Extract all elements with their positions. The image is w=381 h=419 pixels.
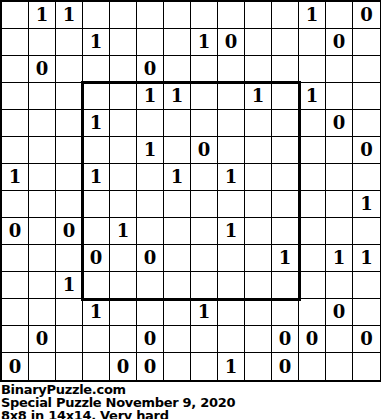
cell-r3c11[interactable]: [272, 56, 299, 83]
cell-r10c11-given-1: 1: [272, 245, 299, 272]
cell-r13c1[interactable]: [2, 326, 29, 353]
cell-r5c1[interactable]: [2, 110, 29, 137]
cell-r9c5-given-1: 1: [110, 218, 137, 245]
cell-r11c6[interactable]: [137, 272, 164, 299]
binary-puzzle-page: 1110110000111110100111110011001111110000…: [0, 1, 381, 419]
cell-r6c9[interactable]: [218, 137, 245, 164]
cell-r9c2[interactable]: [29, 218, 56, 245]
cell-r7c2[interactable]: [29, 164, 56, 191]
cell-r3c7[interactable]: [164, 56, 191, 83]
cell-r9c7[interactable]: [164, 218, 191, 245]
cell-r4c12-given-1: 1: [299, 83, 326, 110]
cell-r14c6-given-0: 0: [137, 353, 164, 380]
cell-r1c14-given-0: 0: [353, 2, 380, 29]
cell-r2c4-given-1: 1: [83, 29, 110, 56]
cell-r3c2-given-0: 0: [29, 56, 56, 83]
cell-r11c1[interactable]: [2, 272, 29, 299]
cell-r4c14[interactable]: [353, 83, 380, 110]
cell-r8c11[interactable]: [272, 191, 299, 218]
cell-r10c1[interactable]: [2, 245, 29, 272]
cell-r7c8[interactable]: [191, 164, 218, 191]
cell-r3c8[interactable]: [191, 56, 218, 83]
cell-r6c2[interactable]: [29, 137, 56, 164]
cell-r12c11[interactable]: [272, 299, 299, 326]
cell-r1c13[interactable]: [326, 2, 353, 29]
cell-r3c14[interactable]: [353, 56, 380, 83]
cell-r5c6[interactable]: [137, 110, 164, 137]
cell-r8c14-given-1: 1: [353, 191, 380, 218]
cell-r4c11[interactable]: [272, 83, 299, 110]
cell-r5c14[interactable]: [353, 110, 380, 137]
cell-r2c14[interactable]: [353, 29, 380, 56]
cell-r13c11-given-0: 0: [272, 326, 299, 353]
cell-r5c5[interactable]: [110, 110, 137, 137]
cell-r3c9[interactable]: [218, 56, 245, 83]
cell-r1c11[interactable]: [272, 2, 299, 29]
cell-r14c5-given-0: 0: [110, 353, 137, 380]
cell-r13c8[interactable]: [191, 326, 218, 353]
cell-r4c10-given-1: 1: [245, 83, 272, 110]
cell-r5c2[interactable]: [29, 110, 56, 137]
cell-r13c14-given-0: 0: [353, 326, 380, 353]
cell-r7c6[interactable]: [137, 164, 164, 191]
cell-r10c13-given-1: 1: [326, 245, 353, 272]
cell-r7c7-given-1: 1: [164, 164, 191, 191]
cell-r1c5[interactable]: [110, 2, 137, 29]
cell-r2c3[interactable]: [56, 29, 83, 56]
cell-r2c13-given-0: 0: [326, 29, 353, 56]
cell-r1c8[interactable]: [191, 2, 218, 29]
cell-r5c12[interactable]: [299, 110, 326, 137]
cell-r5c7[interactable]: [164, 110, 191, 137]
cell-r8c4[interactable]: [83, 191, 110, 218]
cell-r12c7[interactable]: [164, 299, 191, 326]
cell-r4c8[interactable]: [191, 83, 218, 110]
cell-r8c13[interactable]: [326, 191, 353, 218]
cell-r11c13[interactable]: [326, 272, 353, 299]
cell-r3c13[interactable]: [326, 56, 353, 83]
cell-r11c4[interactable]: [83, 272, 110, 299]
cell-r5c3[interactable]: [56, 110, 83, 137]
cell-r1c1[interactable]: [2, 2, 29, 29]
cell-r9c13[interactable]: [326, 218, 353, 245]
cell-r11c9[interactable]: [218, 272, 245, 299]
cell-r13c12-given-0: 0: [299, 326, 326, 353]
cell-r9c9-given-1: 1: [218, 218, 245, 245]
cell-r6c6-given-1: 1: [137, 137, 164, 164]
cell-r7c3[interactable]: [56, 164, 83, 191]
cell-r2c11[interactable]: [272, 29, 299, 56]
cell-r9c14[interactable]: [353, 218, 380, 245]
cell-r7c11[interactable]: [272, 164, 299, 191]
cell-r4c6-given-1: 1: [137, 83, 164, 110]
cell-r10c12[interactable]: [299, 245, 326, 272]
cell-r8c9[interactable]: [218, 191, 245, 218]
cell-r6c5[interactable]: [110, 137, 137, 164]
cell-r7c13[interactable]: [326, 164, 353, 191]
cell-r10c10[interactable]: [245, 245, 272, 272]
cell-r4c4[interactable]: [83, 83, 110, 110]
cell-r10c2[interactable]: [29, 245, 56, 272]
cell-r3c5[interactable]: [110, 56, 137, 83]
cell-r14c3[interactable]: [56, 353, 83, 380]
cell-r11c2[interactable]: [29, 272, 56, 299]
cell-r10c6-given-0: 0: [137, 245, 164, 272]
cell-r14c10[interactable]: [245, 353, 272, 380]
cell-r8c6[interactable]: [137, 191, 164, 218]
puzzle-footer: BinaryPuzzle.com Special Puzzle November…: [1, 383, 381, 419]
cell-r8c12[interactable]: [299, 191, 326, 218]
cell-r9c12[interactable]: [299, 218, 326, 245]
cell-r13c10[interactable]: [245, 326, 272, 353]
cell-r12c3[interactable]: [56, 299, 83, 326]
cell-r14c7[interactable]: [164, 353, 191, 380]
cell-r13c6-given-0: 0: [137, 326, 164, 353]
cell-r9c11[interactable]: [272, 218, 299, 245]
cell-r7c12[interactable]: [299, 164, 326, 191]
cell-r6c14-given-0: 0: [353, 137, 380, 164]
cell-r5c13-given-0: 0: [326, 110, 353, 137]
cell-r5c9[interactable]: [218, 110, 245, 137]
cell-r1c12-given-1: 1: [299, 2, 326, 29]
cell-r6c8-given-0: 0: [191, 137, 218, 164]
cell-r10c4-given-0: 0: [83, 245, 110, 272]
cell-r14c2[interactable]: [29, 353, 56, 380]
cell-r11c5[interactable]: [110, 272, 137, 299]
cell-r5c4-given-1: 1: [83, 110, 110, 137]
cell-r5c11[interactable]: [272, 110, 299, 137]
cell-r8c3[interactable]: [56, 191, 83, 218]
cell-r4c7-given-1: 1: [164, 83, 191, 110]
cell-r8c10[interactable]: [245, 191, 272, 218]
cell-r12c2[interactable]: [29, 299, 56, 326]
cell-r12c6[interactable]: [137, 299, 164, 326]
cell-r11c10[interactable]: [245, 272, 272, 299]
cell-r12c5[interactable]: [110, 299, 137, 326]
cell-r1c2-given-1: 1: [29, 2, 56, 29]
cell-r8c1[interactable]: [2, 191, 29, 218]
cell-r4c2[interactable]: [29, 83, 56, 110]
cell-r6c12[interactable]: [299, 137, 326, 164]
cell-r2c10[interactable]: [245, 29, 272, 56]
cell-r10c8[interactable]: [191, 245, 218, 272]
cell-r10c14-given-1: 1: [353, 245, 380, 272]
cell-r11c11[interactable]: [272, 272, 299, 299]
cell-r4c1[interactable]: [2, 83, 29, 110]
cell-r1c9[interactable]: [218, 2, 245, 29]
cell-r1c4[interactable]: [83, 2, 110, 29]
cell-r12c12[interactable]: [299, 299, 326, 326]
cell-r5c8[interactable]: [191, 110, 218, 137]
cell-r13c3[interactable]: [56, 326, 83, 353]
cell-r2c7[interactable]: [164, 29, 191, 56]
cell-r4c5[interactable]: [110, 83, 137, 110]
cell-r7c4-given-1: 1: [83, 164, 110, 191]
cell-r14c13[interactable]: [326, 353, 353, 380]
cell-r14c9-given-1: 1: [218, 353, 245, 380]
cell-r8c7[interactable]: [164, 191, 191, 218]
cell-r11c7[interactable]: [164, 272, 191, 299]
cell-r2c5[interactable]: [110, 29, 137, 56]
cell-r2c8-given-1: 1: [191, 29, 218, 56]
cell-r2c2[interactable]: [29, 29, 56, 56]
cell-r2c9-given-0: 0: [218, 29, 245, 56]
cell-r7c10[interactable]: [245, 164, 272, 191]
cell-r12c1[interactable]: [2, 299, 29, 326]
binary-puzzle-board: 1110110000111110100111110011001111110000…: [1, 1, 381, 381]
cell-r6c11[interactable]: [272, 137, 299, 164]
cell-r14c1-given-0: 0: [2, 353, 29, 380]
cell-r9c10[interactable]: [245, 218, 272, 245]
cell-r13c9[interactable]: [218, 326, 245, 353]
cell-r9c8[interactable]: [191, 218, 218, 245]
cell-r5c10[interactable]: [245, 110, 272, 137]
cell-r12c9[interactable]: [218, 299, 245, 326]
cell-r7c5[interactable]: [110, 164, 137, 191]
cell-r7c14[interactable]: [353, 164, 380, 191]
cell-r1c10[interactable]: [245, 2, 272, 29]
cell-r1c7[interactable]: [164, 2, 191, 29]
cell-r9c1-given-0: 0: [2, 218, 29, 245]
cell-r10c3[interactable]: [56, 245, 83, 272]
cell-r1c3-given-1: 1: [56, 2, 83, 29]
cell-r11c3-given-1: 1: [56, 272, 83, 299]
cell-r2c1[interactable]: [2, 29, 29, 56]
cell-r1c6[interactable]: [137, 2, 164, 29]
cell-r11c12[interactable]: [299, 272, 326, 299]
cell-r6c7[interactable]: [164, 137, 191, 164]
cell-r3c12[interactable]: [299, 56, 326, 83]
cell-r3c6-given-0: 0: [137, 56, 164, 83]
cell-r3c1[interactable]: [2, 56, 29, 83]
cell-r9c3-given-0: 0: [56, 218, 83, 245]
cell-r13c2-given-0: 0: [29, 326, 56, 353]
cell-r4c3[interactable]: [56, 83, 83, 110]
cell-r13c5[interactable]: [110, 326, 137, 353]
cell-r6c10[interactable]: [245, 137, 272, 164]
cell-r9c6[interactable]: [137, 218, 164, 245]
cell-r4c9[interactable]: [218, 83, 245, 110]
cell-r13c4[interactable]: [83, 326, 110, 353]
cell-r7c1-given-1: 1: [2, 164, 29, 191]
cell-r12c8-given-1: 1: [191, 299, 218, 326]
cell-r6c3[interactable]: [56, 137, 83, 164]
cell-r14c8[interactable]: [191, 353, 218, 380]
cell-r13c7[interactable]: [164, 326, 191, 353]
cell-r2c6[interactable]: [137, 29, 164, 56]
cell-r8c8[interactable]: [191, 191, 218, 218]
cell-r14c11-given-0: 0: [272, 353, 299, 380]
cell-r10c7[interactable]: [164, 245, 191, 272]
cell-r12c13-given-0: 0: [326, 299, 353, 326]
cell-r10c9[interactable]: [218, 245, 245, 272]
cell-r6c1[interactable]: [2, 137, 29, 164]
cell-r2c12[interactable]: [299, 29, 326, 56]
cell-r6c4[interactable]: [83, 137, 110, 164]
cell-r4c13[interactable]: [326, 83, 353, 110]
cell-r3c3[interactable]: [56, 56, 83, 83]
cell-r14c12[interactable]: [299, 353, 326, 380]
cell-r3c10[interactable]: [245, 56, 272, 83]
cell-r12c10[interactable]: [245, 299, 272, 326]
cell-r10c5[interactable]: [110, 245, 137, 272]
cell-r12c4-given-1: 1: [83, 299, 110, 326]
cell-r8c2[interactable]: [29, 191, 56, 218]
cell-r8c5[interactable]: [110, 191, 137, 218]
cell-r3c4[interactable]: [83, 56, 110, 83]
cell-r11c14[interactable]: [353, 272, 380, 299]
cell-r7c9-given-1: 1: [218, 164, 245, 191]
cell-r14c14[interactable]: [353, 353, 380, 380]
cell-r13c13[interactable]: [326, 326, 353, 353]
puzzle-spec: 8x8 in 14x14, Very hard: [1, 409, 381, 419]
cell-r9c4[interactable]: [83, 218, 110, 245]
cell-r12c14[interactable]: [353, 299, 380, 326]
cell-r6c13[interactable]: [326, 137, 353, 164]
cell-r11c8[interactable]: [191, 272, 218, 299]
cell-r14c4[interactable]: [83, 353, 110, 380]
